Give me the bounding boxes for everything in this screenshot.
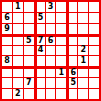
cell-r3c5[interactable]: [46, 24, 56, 34]
cell-r9c8[interactable]: [78, 89, 88, 99]
cell-r2c7[interactable]: [67, 13, 77, 23]
cell-r7c7[interactable]: 6: [67, 67, 77, 77]
cell-r3c8[interactable]: [78, 24, 88, 34]
cell-r2c8[interactable]: [78, 13, 88, 23]
cell-r1c8[interactable]: [78, 2, 88, 12]
cell-r5c3[interactable]: [24, 46, 34, 56]
cell-r6c6[interactable]: [56, 56, 66, 66]
cell-r7c9[interactable]: [89, 67, 99, 77]
cell-r8c2[interactable]: [13, 78, 23, 88]
cell-r5c6[interactable]: [56, 46, 66, 56]
cell-r6c3[interactable]: [24, 56, 34, 66]
cell-r4c6[interactable]: [56, 35, 66, 45]
cell-r9c5[interactable]: [46, 89, 56, 99]
cell-r3c1[interactable]: 9: [2, 24, 12, 34]
cell-r9c3[interactable]: [24, 89, 34, 99]
cell-r3c6[interactable]: [56, 24, 66, 34]
cell-r8c1[interactable]: [2, 78, 12, 88]
cell-r2c6[interactable]: [56, 13, 66, 23]
cell-r6c5[interactable]: [46, 56, 56, 66]
cell-r2c2[interactable]: [13, 13, 23, 23]
cell-r1c6[interactable]: [56, 2, 66, 12]
cell-r9c7[interactable]: [67, 89, 77, 99]
cell-r1c7[interactable]: [67, 2, 77, 12]
cell-r7c1[interactable]: [2, 67, 12, 77]
cell-r2c4[interactable]: 5: [35, 13, 45, 23]
cell-r5c4[interactable]: 4: [35, 46, 45, 56]
cell-r1c1[interactable]: [2, 2, 12, 12]
cell-r4c9[interactable]: [89, 35, 99, 45]
cell-r8c7[interactable]: 5: [67, 78, 77, 88]
cell-r3c2[interactable]: [13, 24, 23, 34]
sudoku-board: 13659576428116752: [0, 0, 101, 101]
cell-r4c1[interactable]: [2, 35, 12, 45]
cell-r8c8[interactable]: [78, 78, 88, 88]
cell-r7c2[interactable]: [13, 67, 23, 77]
cell-r4c4[interactable]: 7: [35, 35, 45, 45]
cell-r1c2[interactable]: 1: [13, 2, 23, 12]
cell-r6c7[interactable]: [67, 56, 77, 66]
cell-r2c3[interactable]: [24, 13, 34, 23]
cell-r7c8[interactable]: [78, 67, 88, 77]
cell-r6c4[interactable]: [35, 56, 45, 66]
cell-r7c3[interactable]: [24, 67, 34, 77]
cell-r9c2[interactable]: 2: [13, 89, 23, 99]
cell-r5c7[interactable]: [67, 46, 77, 56]
cell-r2c5[interactable]: [46, 13, 56, 23]
cell-r1c5[interactable]: 3: [46, 2, 56, 12]
cell-r5c5[interactable]: [46, 46, 56, 56]
cell-r8c5[interactable]: [46, 78, 56, 88]
cell-r2c1[interactable]: 6: [2, 13, 12, 23]
cell-r3c7[interactable]: [67, 24, 77, 34]
cell-r7c4[interactable]: [35, 67, 45, 77]
cell-r4c7[interactable]: [67, 35, 77, 45]
cell-r6c1[interactable]: 8: [2, 56, 12, 66]
cell-r8c9[interactable]: [89, 78, 99, 88]
cell-r6c8[interactable]: 1: [78, 56, 88, 66]
cell-r4c5[interactable]: 6: [46, 35, 56, 45]
cell-r7c6[interactable]: 1: [56, 67, 66, 77]
cell-r3c4[interactable]: [35, 24, 45, 34]
cell-r5c9[interactable]: [89, 46, 99, 56]
cell-r3c3[interactable]: [24, 24, 34, 34]
cell-r9c1[interactable]: [2, 89, 12, 99]
cell-r9c9[interactable]: [89, 89, 99, 99]
cell-r6c9[interactable]: [89, 56, 99, 66]
cell-r4c3[interactable]: 5: [24, 35, 34, 45]
cell-r4c8[interactable]: [78, 35, 88, 45]
cell-r1c9[interactable]: [89, 2, 99, 12]
cell-r5c2[interactable]: [13, 46, 23, 56]
cell-r7c5[interactable]: [46, 67, 56, 77]
cell-r8c4[interactable]: [35, 78, 45, 88]
cell-r8c6[interactable]: [56, 78, 66, 88]
cell-r5c1[interactable]: [2, 46, 12, 56]
cell-r2c9[interactable]: [89, 13, 99, 23]
cell-r5c8[interactable]: 2: [78, 46, 88, 56]
cell-r9c6[interactable]: [56, 89, 66, 99]
cell-r9c4[interactable]: [35, 89, 45, 99]
cell-r6c2[interactable]: [13, 56, 23, 66]
cell-r1c3[interactable]: [24, 2, 34, 12]
cell-r4c2[interactable]: [13, 35, 23, 45]
cell-r3c9[interactable]: [89, 24, 99, 34]
cell-r8c3[interactable]: 7: [24, 78, 34, 88]
cell-r1c4[interactable]: [35, 2, 45, 12]
